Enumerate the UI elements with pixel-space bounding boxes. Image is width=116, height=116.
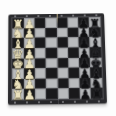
square-r3c3[interactable]	[35, 38, 46, 48]
square-r8c5[interactable]	[57, 88, 68, 99]
square-r3c5[interactable]	[57, 37, 68, 47]
square-r5c1[interactable]: ♚	[12, 58, 23, 68]
square-r8c1[interactable]: ♜	[12, 89, 24, 100]
square-r8c4[interactable]	[46, 89, 57, 100]
square-r1c1[interactable]: ♜	[12, 18, 23, 28]
square-r4c3[interactable]	[35, 48, 46, 58]
square-r2c5[interactable]	[56, 27, 67, 37]
square-r4c8[interactable]: ♛	[90, 47, 102, 57]
square-r6c6[interactable]	[68, 68, 79, 78]
square-r7c3[interactable]	[35, 78, 46, 89]
square-r8c3[interactable]	[35, 89, 46, 100]
square-r6c8[interactable]: ♝	[90, 67, 102, 77]
square-r3c7[interactable]: ♟	[78, 37, 90, 47]
square-r4c6[interactable]	[68, 47, 79, 57]
square-r3c1[interactable]: ♝	[12, 38, 23, 48]
square-r3c6[interactable]	[67, 37, 78, 47]
square-r1c5[interactable]	[56, 17, 67, 27]
square-r7c8[interactable]: ♞	[91, 78, 103, 89]
square-r7c6[interactable]	[68, 78, 79, 89]
square-r7c2[interactable]: ♟	[24, 79, 36, 90]
square-r3c2[interactable]: ♟	[24, 38, 35, 48]
square-r4c5[interactable]	[57, 47, 68, 57]
square-r8c2[interactable]: ♟	[24, 89, 36, 100]
square-r7c7[interactable]: ♟	[79, 78, 91, 89]
square-r4c1[interactable]: ♛	[12, 48, 23, 58]
square-r6c7[interactable]: ♟	[79, 67, 91, 77]
square-r6c4[interactable]	[46, 68, 57, 78]
square-r8c7[interactable]: ♟	[79, 88, 91, 99]
square-r1c3[interactable]	[35, 18, 46, 28]
square-r6c2[interactable]: ♟	[24, 68, 36, 78]
white-pawn: ♟	[24, 90, 36, 100]
black-pawn: ♟	[79, 90, 91, 100]
square-r7c1[interactable]: ♞	[12, 79, 24, 90]
square-r2c3[interactable]	[35, 28, 46, 38]
square-r1c2[interactable]: ♟	[24, 18, 35, 28]
product-photo: ♜♟♟♜♞♟♟♞♝♟♟♝♛♟♟♛♚♟♟♚♝♟♟♝♞♟♟♞♜♟♟♜	[0, 0, 116, 116]
white-rook: ♜	[12, 91, 24, 101]
chess-board: ♜♟♟♜♞♟♟♞♝♟♟♝♛♟♟♛♚♟♟♚♝♟♟♝♞♟♟♞♜♟♟♜	[8, 13, 107, 104]
square-r2c6[interactable]	[67, 27, 78, 37]
square-r5c6[interactable]	[68, 57, 79, 67]
square-r1c6[interactable]	[67, 17, 78, 27]
square-r1c7[interactable]: ♟	[78, 17, 90, 27]
square-r7c4[interactable]	[46, 78, 57, 89]
square-r5c3[interactable]	[35, 58, 46, 68]
square-r4c2[interactable]: ♟	[24, 48, 35, 58]
square-r2c2[interactable]: ♟	[24, 28, 35, 38]
square-r5c2[interactable]: ♟	[24, 58, 36, 68]
square-r3c8[interactable]: ♝	[90, 37, 102, 47]
square-r5c8[interactable]: ♚	[90, 57, 102, 67]
square-r8c8[interactable]: ♜	[91, 88, 103, 99]
square-r4c4[interactable]	[46, 48, 57, 58]
board-shadow	[10, 101, 106, 107]
square-r1c4[interactable]	[46, 18, 57, 28]
square-r2c7[interactable]: ♟	[78, 27, 90, 37]
square-r2c1[interactable]: ♞	[12, 28, 23, 38]
square-r2c4[interactable]	[46, 28, 57, 38]
square-r3c4[interactable]	[46, 38, 57, 48]
square-r4c7[interactable]: ♟	[78, 47, 90, 57]
square-r6c1[interactable]: ♝	[12, 68, 24, 78]
square-r5c4[interactable]	[46, 58, 57, 68]
square-r6c3[interactable]	[35, 68, 46, 78]
square-r5c7[interactable]: ♟	[79, 57, 91, 67]
square-r6c5[interactable]	[57, 68, 68, 78]
square-r1c8[interactable]: ♜	[89, 17, 101, 27]
square-r5c5[interactable]	[57, 58, 68, 68]
square-r8c6[interactable]	[68, 88, 79, 99]
square-r7c5[interactable]	[57, 78, 68, 89]
square-r2c8[interactable]: ♞	[89, 27, 101, 37]
black-rook: ♜	[91, 90, 103, 100]
